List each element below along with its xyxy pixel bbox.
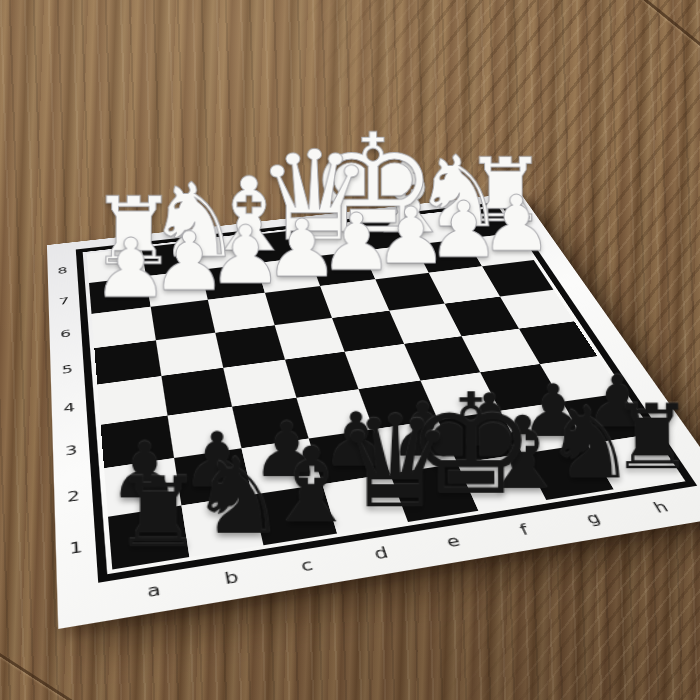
square-c5[interactable] (215, 325, 284, 368)
plank-seam (636, 0, 700, 76)
wooden-table-surface: 87654321 abcdefgh ♜♞♝♛♚♝♞♜♟♟♟♟♟♟♟♟♟♟♟♟♟♟… (0, 0, 700, 700)
square-b4[interactable] (161, 368, 232, 416)
rank-label-1: 1 (58, 519, 95, 578)
rank-label-8: 8 (49, 255, 76, 287)
rank-label-7: 7 (50, 284, 78, 319)
square-a1[interactable]: ♜ (108, 505, 189, 569)
plank-seam (0, 636, 100, 700)
square-a5[interactable] (94, 340, 161, 384)
chess-grid: ♜♞♝♛♚♝♞♜♟♟♟♟♟♟♟♟♟♟♟♟♟♟♟♟♜♞♝♛♚♝♞♜ (87, 207, 679, 569)
white-pawn-a7[interactable]: ♟ (92, 227, 150, 309)
rank-label-6: 6 (51, 316, 80, 354)
rank-label-5: 5 (52, 349, 82, 390)
paper-chessboard: 87654321 abcdefgh ♜♞♝♛♚♝♞♜♟♟♟♟♟♟♟♟♟♟♟♟♟♟… (47, 193, 700, 629)
rank-label-3: 3 (55, 427, 88, 476)
black-rook-a1[interactable]: ♜ (113, 465, 189, 561)
rank-label-4: 4 (53, 386, 85, 430)
rank-label-2: 2 (56, 471, 91, 524)
square-b5[interactable] (155, 332, 223, 376)
square-a7[interactable]: ♟ (89, 276, 150, 314)
square-h4[interactable] (518, 321, 597, 363)
